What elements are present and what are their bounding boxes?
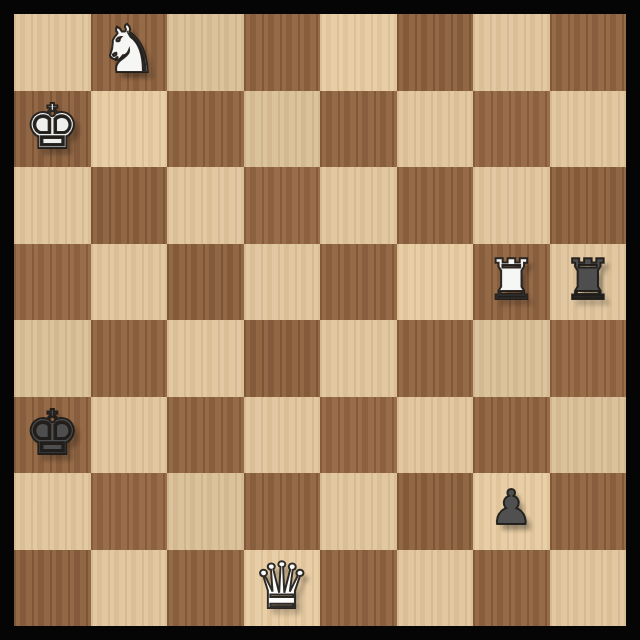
square-b1[interactable] (91, 550, 168, 627)
square-c7[interactable] (167, 91, 244, 168)
square-a8[interactable] (14, 14, 91, 91)
square-e6[interactable] (320, 167, 397, 244)
square-d8[interactable] (244, 14, 321, 91)
square-d3[interactable] (244, 397, 321, 474)
square-h6[interactable] (550, 167, 627, 244)
square-e1[interactable] (320, 550, 397, 627)
square-c1[interactable] (167, 550, 244, 627)
square-c4[interactable] (167, 320, 244, 397)
square-c6[interactable] (167, 167, 244, 244)
square-h4[interactable] (550, 320, 627, 397)
square-d7[interactable] (244, 91, 321, 168)
square-f7[interactable] (397, 91, 474, 168)
square-a7[interactable]: ♚ (14, 91, 91, 168)
square-g1[interactable] (473, 550, 550, 627)
square-h2[interactable] (550, 473, 627, 550)
square-b7[interactable] (91, 91, 168, 168)
square-c5[interactable] (167, 244, 244, 321)
square-b3[interactable] (91, 397, 168, 474)
square-e2[interactable] (320, 473, 397, 550)
square-a6[interactable] (14, 167, 91, 244)
white-rook-piece[interactable]: ♜ (486, 252, 536, 308)
square-e4[interactable] (320, 320, 397, 397)
square-h8[interactable] (550, 14, 627, 91)
square-d1[interactable]: ♛ (244, 550, 321, 627)
square-a5[interactable] (14, 244, 91, 321)
square-g7[interactable] (473, 91, 550, 168)
square-e3[interactable] (320, 397, 397, 474)
square-g8[interactable] (473, 14, 550, 91)
square-a3[interactable]: ♚ (14, 397, 91, 474)
square-b8[interactable]: ♞ (91, 14, 168, 91)
white-king-piece[interactable]: ♚ (24, 96, 80, 158)
square-g2[interactable]: ♟ (473, 473, 550, 550)
square-b4[interactable] (91, 320, 168, 397)
square-d4[interactable] (244, 320, 321, 397)
square-f3[interactable] (397, 397, 474, 474)
square-f4[interactable] (397, 320, 474, 397)
chess-board: ♞♚♜♜♚♟♛ (14, 14, 626, 626)
square-a2[interactable] (14, 473, 91, 550)
square-d5[interactable] (244, 244, 321, 321)
square-h1[interactable] (550, 550, 627, 627)
black-pawn-piece[interactable]: ♟ (490, 483, 533, 531)
square-f8[interactable] (397, 14, 474, 91)
square-g4[interactable] (473, 320, 550, 397)
square-d6[interactable] (244, 167, 321, 244)
square-h7[interactable] (550, 91, 627, 168)
square-c8[interactable] (167, 14, 244, 91)
white-knight-piece[interactable]: ♞ (99, 17, 158, 83)
black-king-piece[interactable]: ♚ (24, 402, 80, 464)
board-frame: ♞♚♜♜♚♟♛ (0, 0, 640, 640)
square-a1[interactable] (14, 550, 91, 627)
square-c2[interactable] (167, 473, 244, 550)
square-f6[interactable] (397, 167, 474, 244)
square-e5[interactable] (320, 244, 397, 321)
square-b2[interactable] (91, 473, 168, 550)
black-rook-piece[interactable]: ♜ (563, 252, 613, 308)
square-e8[interactable] (320, 14, 397, 91)
square-f5[interactable] (397, 244, 474, 321)
square-b6[interactable] (91, 167, 168, 244)
square-g5[interactable]: ♜ (473, 244, 550, 321)
square-c3[interactable] (167, 397, 244, 474)
square-g6[interactable] (473, 167, 550, 244)
square-f2[interactable] (397, 473, 474, 550)
square-e7[interactable] (320, 91, 397, 168)
square-a4[interactable] (14, 320, 91, 397)
white-queen-piece[interactable]: ♛ (253, 554, 310, 618)
square-d2[interactable] (244, 473, 321, 550)
square-h3[interactable] (550, 397, 627, 474)
square-g3[interactable] (473, 397, 550, 474)
square-h5[interactable]: ♜ (550, 244, 627, 321)
square-f1[interactable] (397, 550, 474, 627)
square-b5[interactable] (91, 244, 168, 321)
